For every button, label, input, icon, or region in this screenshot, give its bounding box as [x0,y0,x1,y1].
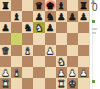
square-h7[interactable]: ♟ [78,11,89,22]
clock-digit: 0 [92,2,98,13]
piece-black-pawn: ♟ [46,22,55,33]
piece-black-rook: ♜ [1,0,10,11]
piece-black-queen: ♛ [35,0,44,11]
square-a7[interactable] [0,11,11,22]
square-f4[interactable] [56,45,67,56]
square-e7[interactable]: ♞ [45,11,56,22]
piece-white-bishop: ♝ [24,45,33,56]
piece-white-pawn: ♟ [1,67,10,78]
square-a5[interactable] [0,33,11,44]
piece-white-rook: ♜ [57,78,66,89]
square-d1[interactable] [33,78,44,89]
square-h5[interactable] [78,33,89,44]
square-f6[interactable] [56,22,67,33]
piece-black-pawn: ♟ [57,11,66,22]
piece-black-king: ♚ [46,0,55,11]
square-h4[interactable] [78,45,89,56]
piece-white-pawn: ♟ [79,67,88,78]
square-e1[interactable] [45,78,56,89]
piece-white-knight: ♞ [57,56,66,67]
square-g3[interactable] [67,56,78,67]
square-b4[interactable] [11,45,22,56]
piece-black-pawn: ♟ [79,11,88,22]
piece-white-pawn: ♟ [46,45,55,56]
square-e6[interactable]: ♟ [45,22,56,33]
square-d7[interactable]: ♟ [33,11,44,22]
green-marker-icon [92,80,95,83]
square-f3[interactable]: ♞ [56,56,67,67]
square-b3[interactable] [11,56,22,67]
square-c7[interactable] [22,11,33,22]
square-c4[interactable]: ♝ [22,45,33,56]
square-e4[interactable]: ♟ [45,45,56,56]
panel-divider [92,0,93,89]
square-f1[interactable]: ♜ [56,78,67,89]
square-a2[interactable]: ♟ [0,67,11,78]
square-d2[interactable] [33,67,44,78]
square-b2[interactable]: ♝ [11,67,22,78]
piece-black-bishop: ♝ [12,11,21,22]
text-fragment [92,28,97,30]
square-f2[interactable]: ♟ [56,67,67,78]
side-panel: ♟ 0 [89,0,100,89]
square-c3[interactable] [22,56,33,67]
square-d6[interactable]: ♞ [33,22,44,33]
piece-white-pawn: ♟ [68,67,77,78]
square-g4[interactable] [67,45,78,56]
piece-black-rook: ♜ [79,0,88,11]
piece-white-rook: ♜ [1,78,10,89]
square-h3[interactable] [78,56,89,67]
square-a3[interactable] [0,56,11,67]
square-c2[interactable] [22,67,33,78]
text-fragment [92,32,96,34]
piece-black-pawn: ♟ [1,22,10,33]
piece-white-queen: ♛ [1,45,10,56]
square-d5[interactable] [33,33,44,44]
square-f5[interactable] [56,33,67,44]
square-g5[interactable] [67,33,78,44]
square-f7[interactable]: ♟ [56,11,67,22]
square-g8[interactable] [67,0,78,11]
square-h8[interactable]: ♜ [78,0,89,11]
square-c6[interactable]: ♞ [22,22,33,33]
square-c1[interactable] [22,78,33,89]
square-e2[interactable] [45,67,56,78]
square-a6[interactable]: ♟ [0,22,11,33]
square-b5[interactable] [11,33,22,44]
square-h2[interactable]: ♟ [78,67,89,78]
green-marker-icon [92,20,95,23]
square-g6[interactable] [67,22,78,33]
square-e3[interactable] [45,56,56,67]
square-c5[interactable] [22,33,33,44]
square-d3[interactable] [33,56,44,67]
piece-white-knight: ♞ [35,22,44,33]
square-b7[interactable]: ♝ [11,11,22,22]
square-f8[interactable]: ♝ [56,0,67,11]
square-e5[interactable] [45,33,56,44]
square-b1[interactable] [11,78,22,89]
square-c8[interactable] [22,0,33,11]
piece-black-pawn: ♟ [68,11,77,22]
square-h1[interactable] [78,78,89,89]
square-b6[interactable] [11,22,22,33]
square-a8[interactable]: ♜ [0,0,11,11]
square-b8[interactable] [11,0,22,11]
piece-white-king: ♚ [68,78,77,89]
square-d4[interactable] [33,45,44,56]
piece-black-knight: ♞ [24,22,33,33]
square-g2[interactable]: ♟ [67,67,78,78]
square-h6[interactable] [78,22,89,33]
square-g1[interactable]: ♚ [67,78,78,89]
piece-white-pawn: ♟ [57,67,66,78]
square-a1[interactable]: ♜ [0,78,11,89]
piece-black-pawn: ♟ [35,11,44,22]
piece-black-bishop: ♝ [57,0,66,11]
square-a4[interactable]: ♛ [0,45,11,56]
square-g7[interactable]: ♟ [67,11,78,22]
piece-black-knight: ♞ [46,11,55,22]
piece-white-bishop: ♝ [12,67,21,78]
square-d8[interactable]: ♛ [33,0,44,11]
square-e8[interactable]: ♚ [45,0,56,11]
chess-board[interactable]: ♜♛♚♝♜♝♟♞♟♟♟♟♞♞♟♛♝♟♞♟♝♟♟♟♜♜♚ [0,0,89,89]
